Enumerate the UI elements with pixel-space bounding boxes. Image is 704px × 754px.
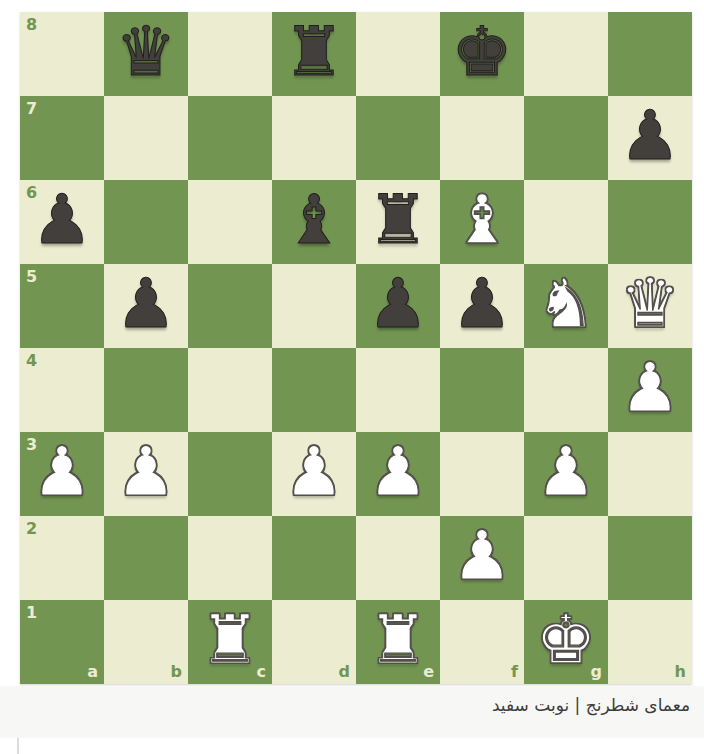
square-g1[interactable]: g♚ <box>524 600 608 684</box>
white-pawn[interactable]: ♟ <box>536 438 597 506</box>
square-a2[interactable]: 2 <box>20 516 104 600</box>
white-pawn[interactable]: ♟ <box>368 438 429 506</box>
square-f6[interactable]: ♝ <box>440 180 524 264</box>
square-d4[interactable] <box>272 348 356 432</box>
square-h1[interactable]: h <box>608 600 692 684</box>
square-g5[interactable]: ♞ <box>524 264 608 348</box>
square-h8[interactable] <box>608 12 692 96</box>
square-g8[interactable] <box>524 12 608 96</box>
square-h5[interactable]: ♛ <box>608 264 692 348</box>
square-d1[interactable]: d <box>272 600 356 684</box>
white-rook[interactable]: ♜ <box>200 606 261 674</box>
square-f5[interactable]: ♟ <box>440 264 524 348</box>
square-b2[interactable] <box>104 516 188 600</box>
white-pawn[interactable]: ♟ <box>452 522 513 590</box>
square-e7[interactable] <box>356 96 440 180</box>
square-b1[interactable]: b <box>104 600 188 684</box>
square-c5[interactable] <box>188 264 272 348</box>
square-c8[interactable] <box>188 12 272 96</box>
square-d8[interactable]: ♜ <box>272 12 356 96</box>
square-c3[interactable] <box>188 432 272 516</box>
square-a7[interactable]: 7 <box>20 96 104 180</box>
square-e6[interactable]: ♜ <box>356 180 440 264</box>
square-c1[interactable]: c♜ <box>188 600 272 684</box>
square-b6[interactable] <box>104 180 188 264</box>
black-pawn[interactable]: ♟ <box>452 270 513 338</box>
black-bishop[interactable]: ♝ <box>284 186 345 254</box>
square-a8[interactable]: 8 <box>20 12 104 96</box>
white-king[interactable]: ♚ <box>536 606 597 674</box>
square-a3[interactable]: 3♟ <box>20 432 104 516</box>
square-e4[interactable] <box>356 348 440 432</box>
square-b4[interactable] <box>104 348 188 432</box>
white-knight[interactable]: ♞ <box>536 270 597 338</box>
white-pawn[interactable]: ♟ <box>116 438 177 506</box>
square-d5[interactable] <box>272 264 356 348</box>
black-king[interactable]: ♚ <box>452 18 513 86</box>
square-h4[interactable]: ♟ <box>608 348 692 432</box>
square-g4[interactable] <box>524 348 608 432</box>
square-h3[interactable] <box>608 432 692 516</box>
white-pawn[interactable]: ♟ <box>32 438 93 506</box>
rank-label-1: 1 <box>26 605 37 621</box>
black-pawn[interactable]: ♟ <box>116 270 177 338</box>
square-a1[interactable]: 1a <box>20 600 104 684</box>
square-f3[interactable] <box>440 432 524 516</box>
square-f2[interactable]: ♟ <box>440 516 524 600</box>
square-a6[interactable]: 6♟ <box>20 180 104 264</box>
square-b7[interactable] <box>104 96 188 180</box>
square-c7[interactable] <box>188 96 272 180</box>
rank-label-2: 2 <box>26 521 37 537</box>
rank-label-7: 7 <box>26 101 37 117</box>
square-e2[interactable] <box>356 516 440 600</box>
square-e1[interactable]: e♜ <box>356 600 440 684</box>
square-d3[interactable]: ♟ <box>272 432 356 516</box>
square-f1[interactable]: f <box>440 600 524 684</box>
black-pawn[interactable]: ♟ <box>620 102 681 170</box>
square-d6[interactable]: ♝ <box>272 180 356 264</box>
black-pawn[interactable]: ♟ <box>368 270 429 338</box>
square-g7[interactable] <box>524 96 608 180</box>
square-d7[interactable] <box>272 96 356 180</box>
square-f7[interactable] <box>440 96 524 180</box>
square-c2[interactable] <box>188 516 272 600</box>
rank-label-5: 5 <box>26 269 37 285</box>
black-rook[interactable]: ♜ <box>284 18 345 86</box>
white-queen[interactable]: ♛ <box>620 270 681 338</box>
file-label-d: d <box>339 664 350 680</box>
file-label-a: a <box>87 664 98 680</box>
file-label-h: h <box>675 664 686 680</box>
square-b3[interactable]: ♟ <box>104 432 188 516</box>
white-rook[interactable]: ♜ <box>368 606 429 674</box>
square-g6[interactable] <box>524 180 608 264</box>
chess-board: 8♛♜♚7♟6♟♝♜♝5♟♟♟♞♛4♟3♟♟♟♟♟2♟1abc♜de♜fg♚h <box>20 12 692 684</box>
black-queen[interactable]: ♛ <box>116 18 177 86</box>
square-f4[interactable] <box>440 348 524 432</box>
square-c6[interactable] <box>188 180 272 264</box>
white-bishop[interactable]: ♝ <box>452 186 513 254</box>
square-h6[interactable] <box>608 180 692 264</box>
page: 8♛♜♚7♟6♟♝♜♝5♟♟♟♞♛4♟3♟♟♟♟♟2♟1abc♜de♜fg♚h … <box>0 0 704 754</box>
square-e3[interactable]: ♟ <box>356 432 440 516</box>
square-e8[interactable] <box>356 12 440 96</box>
square-a4[interactable]: 4 <box>20 348 104 432</box>
file-label-f: f <box>511 664 518 680</box>
square-e5[interactable]: ♟ <box>356 264 440 348</box>
rank-label-4: 4 <box>26 353 37 369</box>
caption-bar: معمای شطرنج | نوبت سفید <box>0 686 704 738</box>
caption-text: معمای شطرنج | نوبت سفید <box>492 695 690 715</box>
square-a5[interactable]: 5 <box>20 264 104 348</box>
square-b8[interactable]: ♛ <box>104 12 188 96</box>
file-label-b: b <box>171 664 182 680</box>
square-h7[interactable]: ♟ <box>608 96 692 180</box>
rank-label-8: 8 <box>26 17 37 33</box>
square-d2[interactable] <box>272 516 356 600</box>
white-pawn[interactable]: ♟ <box>284 438 345 506</box>
square-g3[interactable]: ♟ <box>524 432 608 516</box>
square-c4[interactable] <box>188 348 272 432</box>
black-rook[interactable]: ♜ <box>368 186 429 254</box>
square-b5[interactable]: ♟ <box>104 264 188 348</box>
square-g2[interactable] <box>524 516 608 600</box>
square-f8[interactable]: ♚ <box>440 12 524 96</box>
square-h2[interactable] <box>608 516 692 600</box>
white-pawn[interactable]: ♟ <box>620 354 681 422</box>
black-pawn[interactable]: ♟ <box>32 186 93 254</box>
